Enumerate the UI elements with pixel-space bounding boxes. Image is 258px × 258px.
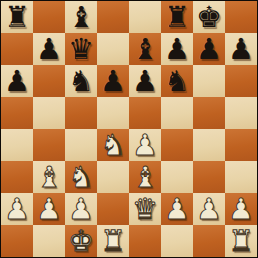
square-a7[interactable] — [1, 33, 33, 65]
black-pawn-h7: ♟ — [228, 33, 254, 65]
black-pawn-g7: ♟ — [196, 33, 222, 65]
white-bishop-e3: ♝ — [132, 161, 158, 193]
square-c6[interactable]: ♞ — [65, 65, 97, 97]
square-b8[interactable] — [33, 1, 65, 33]
white-queen-e2: ♛ — [132, 193, 158, 225]
square-d6[interactable]: ♟ — [97, 65, 129, 97]
black-pawn-a6: ♟ — [4, 65, 30, 97]
square-d1[interactable]: ♜ — [97, 225, 129, 257]
square-f8[interactable]: ♜ — [161, 1, 193, 33]
square-c4[interactable] — [65, 129, 97, 161]
square-a3[interactable] — [1, 161, 33, 193]
square-h4[interactable] — [225, 129, 257, 161]
square-f1[interactable] — [161, 225, 193, 257]
square-h6[interactable] — [225, 65, 257, 97]
square-b3[interactable]: ♝ — [33, 161, 65, 193]
black-pawn-e6: ♟ — [132, 65, 158, 97]
white-pawn-g2: ♟ — [196, 193, 222, 225]
white-pawn-a2: ♟ — [4, 193, 30, 225]
square-b1[interactable] — [33, 225, 65, 257]
black-knight-f6: ♞ — [164, 65, 190, 97]
black-rook-f8: ♜ — [164, 1, 190, 33]
square-b7[interactable]: ♟ — [33, 33, 65, 65]
black-knight-c6: ♞ — [68, 65, 94, 97]
black-king-g8: ♚ — [196, 1, 222, 33]
white-pawn-f2: ♟ — [164, 193, 190, 225]
square-h1[interactable]: ♜ — [225, 225, 257, 257]
square-g3[interactable] — [193, 161, 225, 193]
square-c3[interactable]: ♞ — [65, 161, 97, 193]
black-pawn-b7: ♟ — [36, 33, 62, 65]
square-b5[interactable] — [33, 97, 65, 129]
white-knight-c3: ♞ — [68, 161, 94, 193]
square-c1[interactable]: ♚ — [65, 225, 97, 257]
square-h3[interactable] — [225, 161, 257, 193]
square-f4[interactable] — [161, 129, 193, 161]
square-f7[interactable]: ♟ — [161, 33, 193, 65]
square-c2[interactable]: ♟ — [65, 193, 97, 225]
square-e2[interactable]: ♛ — [129, 193, 161, 225]
white-bishop-b3: ♝ — [36, 161, 62, 193]
square-c8[interactable]: ♝ — [65, 1, 97, 33]
square-d7[interactable] — [97, 33, 129, 65]
square-a5[interactable] — [1, 97, 33, 129]
black-bishop-e7: ♝ — [132, 33, 158, 65]
square-a2[interactable]: ♟ — [1, 193, 33, 225]
square-g7[interactable]: ♟ — [193, 33, 225, 65]
black-pawn-d6: ♟ — [100, 65, 126, 97]
square-h2[interactable]: ♟ — [225, 193, 257, 225]
chess-board: ♜♝♜♚♟♛♝♟♟♟♟♞♟♟♞♞♟♝♞♝♟♟♟♛♟♟♟♚♜♜ — [0, 0, 258, 258]
square-d8[interactable] — [97, 1, 129, 33]
square-a8[interactable]: ♜ — [1, 1, 33, 33]
square-e3[interactable]: ♝ — [129, 161, 161, 193]
square-h8[interactable] — [225, 1, 257, 33]
square-d5[interactable] — [97, 97, 129, 129]
black-rook-a8: ♜ — [4, 1, 30, 33]
square-e4[interactable]: ♟ — [129, 129, 161, 161]
white-rook-d1: ♜ — [100, 225, 126, 257]
white-pawn-e4: ♟ — [132, 129, 158, 161]
square-g4[interactable] — [193, 129, 225, 161]
black-pawn-f7: ♟ — [164, 33, 190, 65]
square-h7[interactable]: ♟ — [225, 33, 257, 65]
square-g6[interactable] — [193, 65, 225, 97]
square-d2[interactable] — [97, 193, 129, 225]
square-f5[interactable] — [161, 97, 193, 129]
square-g5[interactable] — [193, 97, 225, 129]
white-pawn-b2: ♟ — [36, 193, 62, 225]
square-e1[interactable] — [129, 225, 161, 257]
white-rook-h1: ♜ — [228, 225, 254, 257]
square-c5[interactable] — [65, 97, 97, 129]
square-e8[interactable] — [129, 1, 161, 33]
square-g8[interactable]: ♚ — [193, 1, 225, 33]
white-knight-d4: ♞ — [100, 129, 126, 161]
square-a1[interactable] — [1, 225, 33, 257]
square-f2[interactable]: ♟ — [161, 193, 193, 225]
square-b2[interactable]: ♟ — [33, 193, 65, 225]
white-king-c1: ♚ — [68, 225, 94, 257]
square-g2[interactable]: ♟ — [193, 193, 225, 225]
square-h5[interactable] — [225, 97, 257, 129]
square-a4[interactable] — [1, 129, 33, 161]
square-b6[interactable] — [33, 65, 65, 97]
square-g1[interactable] — [193, 225, 225, 257]
square-d4[interactable]: ♞ — [97, 129, 129, 161]
square-d3[interactable] — [97, 161, 129, 193]
square-e7[interactable]: ♝ — [129, 33, 161, 65]
square-f3[interactable] — [161, 161, 193, 193]
square-f6[interactable]: ♞ — [161, 65, 193, 97]
square-b4[interactable] — [33, 129, 65, 161]
black-queen-c7: ♛ — [68, 33, 94, 65]
black-bishop-c8: ♝ — [68, 1, 94, 33]
square-e5[interactable] — [129, 97, 161, 129]
square-e6[interactable]: ♟ — [129, 65, 161, 97]
white-pawn-h2: ♟ — [228, 193, 254, 225]
white-pawn-c2: ♟ — [68, 193, 94, 225]
square-a6[interactable]: ♟ — [1, 65, 33, 97]
square-c7[interactable]: ♛ — [65, 33, 97, 65]
